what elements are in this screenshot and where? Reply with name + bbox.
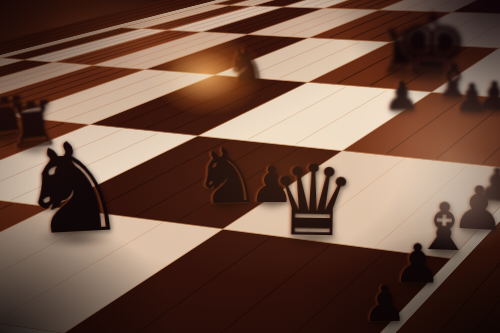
knight-glyph: ♞ — [191, 137, 262, 215]
pawn-glyph: ♟ — [384, 76, 420, 116]
pieces-layer: ♜♜♞♞♟♛♞♜♚♝♟♟♟♟♟♝♟♟ — [0, 0, 500, 333]
knight-glyph: ♞ — [14, 124, 132, 254]
knight-glyph: ♞ — [225, 42, 266, 88]
pawn-glyph: ♟ — [363, 279, 408, 329]
queen-glyph: ♛ — [268, 151, 358, 251]
pawn-glyph: ♟ — [453, 77, 490, 118]
chessboard-photo-stage: ♜♜♞♞♟♛♞♜♚♝♟♟♟♟♟♝♟♟ — [0, 0, 500, 333]
